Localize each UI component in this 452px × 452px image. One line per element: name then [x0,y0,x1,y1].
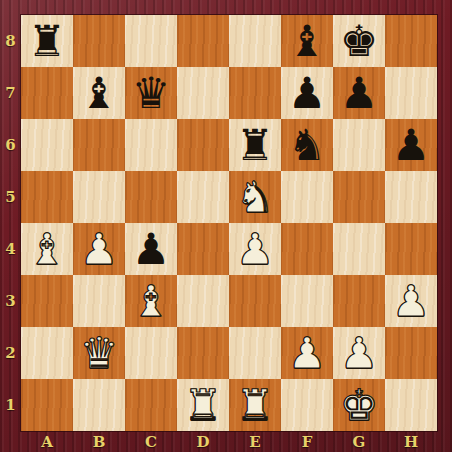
square-e6[interactable]: ♜ [229,119,281,171]
square-a1[interactable] [21,379,73,431]
rank-label-4: 4 [0,223,21,275]
black-knight-f6: ♞ [288,119,327,171]
square-g7[interactable]: ♟ [333,67,385,119]
white-pawn-e4: ♟ [236,223,275,275]
rank-label-8: 8 [0,15,21,67]
square-d7[interactable] [177,67,229,119]
square-e2[interactable] [229,327,281,379]
white-pawn-h3: ♟ [392,275,431,327]
white-pawn-b4: ♟ [80,223,119,275]
square-d3[interactable] [177,275,229,327]
square-a6[interactable] [21,119,73,171]
square-b6[interactable] [73,119,125,171]
file-label-f: F [281,431,333,452]
square-f5[interactable] [281,171,333,223]
square-b2[interactable]: ♛ [73,327,125,379]
square-h8[interactable] [385,15,437,67]
square-b3[interactable] [73,275,125,327]
file-label-b: B [73,431,125,452]
square-h1[interactable] [385,379,437,431]
square-b5[interactable] [73,171,125,223]
square-g8[interactable]: ♚ [333,15,385,67]
square-h2[interactable] [385,327,437,379]
square-h6[interactable]: ♟ [385,119,437,171]
white-king-g1: ♚ [340,379,379,431]
white-rook-e1: ♜ [236,379,275,431]
square-e1[interactable]: ♜ [229,379,281,431]
square-a2[interactable] [21,327,73,379]
rank-label-3: 3 [0,275,21,327]
square-c1[interactable] [125,379,177,431]
white-pawn-f2: ♟ [288,327,327,379]
square-a7[interactable] [21,67,73,119]
square-c2[interactable] [125,327,177,379]
square-g4[interactable] [333,223,385,275]
square-f8[interactable]: ♝ [281,15,333,67]
black-king-g8: ♚ [340,15,379,67]
square-e7[interactable] [229,67,281,119]
chess-board: ♜♝♚♝♛♟♟♜♞♟♞♝♟♟♟♝♟♛♟♟♜♜♚ [21,15,437,431]
square-d2[interactable] [177,327,229,379]
square-c3[interactable]: ♝ [125,275,177,327]
file-label-g: G [333,431,385,452]
rank-label-6: 6 [0,119,21,171]
square-a8[interactable]: ♜ [21,15,73,67]
file-label-e: E [229,431,281,452]
white-rook-d1: ♜ [184,379,223,431]
square-d4[interactable] [177,223,229,275]
square-c4[interactable]: ♟ [125,223,177,275]
square-f1[interactable] [281,379,333,431]
square-f7[interactable]: ♟ [281,67,333,119]
square-g5[interactable] [333,171,385,223]
file-label-a: A [21,431,73,452]
file-label-c: C [125,431,177,452]
black-rook-e6: ♜ [236,119,275,171]
square-g3[interactable] [333,275,385,327]
square-b7[interactable]: ♝ [73,67,125,119]
square-a5[interactable] [21,171,73,223]
square-g6[interactable] [333,119,385,171]
square-e5[interactable]: ♞ [229,171,281,223]
square-c8[interactable] [125,15,177,67]
square-h5[interactable] [385,171,437,223]
square-a3[interactable] [21,275,73,327]
square-a4[interactable]: ♝ [21,223,73,275]
square-b1[interactable] [73,379,125,431]
square-e4[interactable]: ♟ [229,223,281,275]
square-f2[interactable]: ♟ [281,327,333,379]
black-rook-a8: ♜ [28,15,67,67]
file-label-h: H [385,431,437,452]
rank-label-7: 7 [0,67,21,119]
square-e8[interactable] [229,15,281,67]
wood-frame: ♜♝♚♝♛♟♟♜♞♟♞♝♟♟♟♝♟♛♟♟♜♜♚ 87654321 ABCDEFG… [0,0,452,452]
white-bishop-a4: ♝ [28,223,67,275]
square-b8[interactable] [73,15,125,67]
square-c5[interactable] [125,171,177,223]
square-d5[interactable] [177,171,229,223]
black-pawn-f7: ♟ [288,67,327,119]
black-pawn-g7: ♟ [340,67,379,119]
square-d6[interactable] [177,119,229,171]
square-h3[interactable]: ♟ [385,275,437,327]
black-pawn-h6: ♟ [392,119,431,171]
rank-label-2: 2 [0,327,21,379]
square-f3[interactable] [281,275,333,327]
square-f6[interactable]: ♞ [281,119,333,171]
white-bishop-c3: ♝ [132,275,171,327]
square-h4[interactable] [385,223,437,275]
square-b4[interactable]: ♟ [73,223,125,275]
rank-label-1: 1 [0,379,21,431]
square-d8[interactable] [177,15,229,67]
white-knight-e5: ♞ [236,171,275,223]
file-label-d: D [177,431,229,452]
black-pawn-c4: ♟ [132,223,171,275]
black-queen-c7: ♛ [132,67,171,119]
square-d1[interactable]: ♜ [177,379,229,431]
square-h7[interactable] [385,67,437,119]
white-pawn-g2: ♟ [340,327,379,379]
square-c6[interactable] [125,119,177,171]
white-queen-b2: ♛ [80,327,119,379]
square-g1[interactable]: ♚ [333,379,385,431]
square-e3[interactable] [229,275,281,327]
square-f4[interactable] [281,223,333,275]
square-c7[interactable]: ♛ [125,67,177,119]
square-g2[interactable]: ♟ [333,327,385,379]
black-bishop-b7: ♝ [80,67,119,119]
black-bishop-f8: ♝ [288,15,327,67]
rank-label-5: 5 [0,171,21,223]
